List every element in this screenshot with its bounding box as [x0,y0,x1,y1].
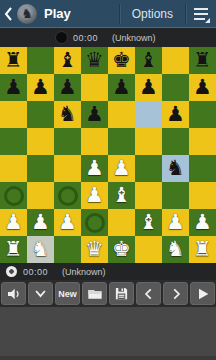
square-b3[interactable] [27,182,54,209]
square-a7[interactable]: ♟ [0,74,27,101]
square-c1[interactable] [54,236,81,263]
white-rook-piece: ♜ [4,236,23,263]
square-g3[interactable] [162,182,189,209]
autoplay-button[interactable] [190,282,215,305]
back-button[interactable] [4,7,13,21]
white-pawn-piece: ♟ [31,209,50,236]
square-c2[interactable]: ♟ [54,209,81,236]
square-d4[interactable]: ♟ [81,155,108,182]
square-f7[interactable]: ♟ [135,74,162,101]
legal-move-ring [58,186,78,206]
square-f5[interactable] [135,128,162,155]
black-pawn-piece: ♟ [58,74,77,101]
black-king-piece: ♚ [112,47,131,74]
square-g8[interactable] [162,47,189,74]
white-clock: 00:00 [23,267,48,277]
square-b8[interactable] [27,47,54,74]
square-g4[interactable]: ♞ [162,155,189,182]
white-pawn-piece: ♟ [85,182,104,209]
square-f2[interactable]: ♝ [135,209,162,236]
app-logo-icon: ♞ [17,4,37,24]
volume-button[interactable] [1,282,26,305]
square-h3[interactable] [189,182,216,209]
square-g1[interactable]: ♞ [162,236,189,263]
square-h1[interactable]: ♜ [189,236,216,263]
white-king-piece: ♚ [112,236,131,263]
square-e5[interactable] [108,128,135,155]
black-knight-piece: ♞ [58,101,77,128]
square-a6[interactable] [0,101,27,128]
play-icon [195,286,211,302]
white-player-row: 00:00 (Unknown) [0,263,216,280]
step-forward-button[interactable] [163,282,188,305]
square-d3[interactable]: ♟ [81,182,108,209]
square-c4[interactable] [54,155,81,182]
square-e8[interactable]: ♚ [108,47,135,74]
panel-bottom-edge [0,356,216,360]
white-pawn-piece: ♟ [112,155,131,182]
white-pawn-piece: ♟ [166,209,185,236]
white-pawn-piece: ♟ [85,155,104,182]
black-knight-piece: ♞ [166,155,185,182]
top-bar: ♞ Play Options [0,0,216,28]
square-e3[interactable]: ♝ [108,182,135,209]
square-e2[interactable] [108,209,135,236]
black-queen-piece: ♛ [85,47,104,74]
menu-button[interactable] [186,0,216,28]
white-pawn-piece: ♟ [193,209,212,236]
square-h8[interactable]: ♜ [189,47,216,74]
black-rook-piece: ♜ [193,47,212,74]
square-h4[interactable] [189,155,216,182]
black-turn-dot-icon [56,32,67,43]
chess-board[interactable]: ♜♝♛♚♝♜♟♟♟♟♟♟♞♟♟♟♟♞♟♝♟♟♟♝♟♟♜♞♛♚♞♜ [0,47,216,263]
square-h2[interactable]: ♟ [189,209,216,236]
bottom-toolbar: New [0,280,216,307]
save-button[interactable] [109,282,134,305]
square-g7[interactable] [162,74,189,101]
white-knight-piece: ♞ [166,236,185,263]
square-c8[interactable]: ♝ [54,47,81,74]
black-clock: 00:00 [73,33,98,43]
white-pawn-piece: ♟ [58,209,77,236]
square-d1[interactable]: ♛ [81,236,108,263]
square-f8[interactable]: ♝ [135,47,162,74]
square-g6[interactable]: ♟ [162,101,189,128]
square-d7[interactable] [81,74,108,101]
speaker-icon [6,286,22,302]
square-b2[interactable]: ♟ [27,209,54,236]
square-b6[interactable] [27,101,54,128]
square-c3[interactable] [54,182,81,209]
square-e6[interactable] [108,101,135,128]
black-player-name: (Unknown) [112,33,156,43]
chevron-left-icon [142,287,156,301]
square-f3[interactable] [135,182,162,209]
black-pawn-piece: ♟ [112,74,131,101]
square-h7[interactable]: ♟ [189,74,216,101]
folder-icon [87,286,103,302]
move-list-panel [0,307,216,360]
square-e4[interactable]: ♟ [108,155,135,182]
white-knight-piece: ♞ [31,236,50,263]
square-b7[interactable]: ♟ [27,74,54,101]
open-button[interactable] [82,282,107,305]
square-g2[interactable]: ♟ [162,209,189,236]
black-pawn-piece: ♟ [85,101,104,128]
options-button[interactable]: Options [120,0,185,28]
square-h6[interactable] [189,101,216,128]
black-pawn-piece: ♟ [166,101,185,128]
new-game-label: New [58,289,77,299]
chess-app-screen: ♞ Play Options 00:00 (Unknown) ♜♝♛♚♝♜♟♟♟… [0,0,216,360]
square-c6[interactable]: ♞ [54,101,81,128]
legal-move-ring [85,213,105,233]
black-pawn-piece: ♟ [193,74,212,101]
square-b1[interactable]: ♞ [27,236,54,263]
white-queen-piece: ♛ [85,236,104,263]
square-a5[interactable] [0,128,27,155]
square-a3[interactable] [0,182,27,209]
page-title: Play [44,6,71,21]
white-pawn-piece: ♟ [4,209,23,236]
square-g5[interactable] [162,128,189,155]
legal-move-ring [4,186,24,206]
black-pawn-piece: ♟ [4,74,23,101]
white-turn-dot-icon [6,266,17,277]
square-a2[interactable]: ♟ [0,209,27,236]
square-c5[interactable] [54,128,81,155]
black-bishop-piece: ♝ [58,47,77,74]
square-b4[interactable] [27,155,54,182]
square-d8[interactable]: ♛ [81,47,108,74]
square-f1[interactable] [135,236,162,263]
square-f6[interactable] [135,101,162,128]
collapse-button[interactable] [28,282,53,305]
new-game-button[interactable]: New [55,282,80,305]
square-d6[interactable]: ♟ [81,101,108,128]
black-pawn-piece: ♟ [139,74,158,101]
black-pawn-piece: ♟ [31,74,50,101]
square-e7[interactable]: ♟ [108,74,135,101]
square-a8[interactable]: ♜ [0,47,27,74]
square-d5[interactable] [81,128,108,155]
square-a1[interactable]: ♜ [0,236,27,263]
chevron-right-icon [169,287,183,301]
square-d2[interactable] [81,209,108,236]
white-rook-piece: ♜ [193,236,212,263]
chevron-down-icon [33,286,48,301]
square-a4[interactable] [0,155,27,182]
black-bishop-piece: ♝ [139,47,158,74]
square-c7[interactable]: ♟ [54,74,81,101]
square-h5[interactable] [189,128,216,155]
square-f4[interactable] [135,155,162,182]
white-player-name: (Unknown) [62,267,106,277]
square-e1[interactable]: ♚ [108,236,135,263]
step-back-button[interactable] [136,282,161,305]
white-bishop-piece: ♝ [139,209,158,236]
white-bishop-piece: ♝ [112,182,131,209]
black-player-row: 00:00 (Unknown) [0,28,216,47]
black-rook-piece: ♜ [4,47,23,74]
floppy-icon [114,286,129,301]
square-b5[interactable] [27,128,54,155]
